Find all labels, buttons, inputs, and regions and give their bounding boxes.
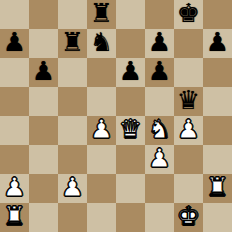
- piece-white-pawn[interactable]: ♟: [90, 116, 113, 144]
- square-a2[interactable]: ♟: [0, 174, 29, 203]
- square-f7[interactable]: ♟: [145, 29, 174, 58]
- square-g3[interactable]: [174, 145, 203, 174]
- square-f1[interactable]: [145, 203, 174, 232]
- piece-white-pawn[interactable]: ♟: [148, 145, 171, 173]
- square-c5[interactable]: [58, 87, 87, 116]
- square-e4[interactable]: ♛: [116, 116, 145, 145]
- square-g6[interactable]: [174, 58, 203, 87]
- square-c8[interactable]: [58, 0, 87, 29]
- square-h1[interactable]: [203, 203, 232, 232]
- square-e5[interactable]: [116, 87, 145, 116]
- square-b1[interactable]: [29, 203, 58, 232]
- piece-white-pawn[interactable]: ♟: [3, 174, 26, 202]
- square-e7[interactable]: [116, 29, 145, 58]
- square-c7[interactable]: ♜: [58, 29, 87, 58]
- piece-black-pawn[interactable]: ♟: [3, 29, 26, 57]
- piece-black-rook[interactable]: ♜: [61, 29, 84, 57]
- square-f3[interactable]: ♟: [145, 145, 174, 174]
- square-c3[interactable]: [58, 145, 87, 174]
- square-f4[interactable]: ♞: [145, 116, 174, 145]
- square-g1[interactable]: ♚: [174, 203, 203, 232]
- square-d7[interactable]: ♞: [87, 29, 116, 58]
- square-a5[interactable]: [0, 87, 29, 116]
- square-e6[interactable]: ♟: [116, 58, 145, 87]
- square-b3[interactable]: [29, 145, 58, 174]
- square-d5[interactable]: [87, 87, 116, 116]
- square-d3[interactable]: [87, 145, 116, 174]
- square-a1[interactable]: ♜: [0, 203, 29, 232]
- square-h2[interactable]: ♜: [203, 174, 232, 203]
- square-e3[interactable]: [116, 145, 145, 174]
- square-f2[interactable]: [145, 174, 174, 203]
- square-d8[interactable]: ♜: [87, 0, 116, 29]
- piece-black-queen[interactable]: ♛: [177, 87, 200, 115]
- square-f8[interactable]: [145, 0, 174, 29]
- square-g4[interactable]: ♟: [174, 116, 203, 145]
- piece-black-king[interactable]: ♚: [177, 0, 200, 28]
- piece-black-pawn[interactable]: ♟: [148, 58, 171, 86]
- square-d6[interactable]: [87, 58, 116, 87]
- square-b4[interactable]: [29, 116, 58, 145]
- square-f5[interactable]: [145, 87, 174, 116]
- square-a6[interactable]: [0, 58, 29, 87]
- square-a7[interactable]: ♟: [0, 29, 29, 58]
- square-g2[interactable]: [174, 174, 203, 203]
- square-b5[interactable]: [29, 87, 58, 116]
- square-f6[interactable]: ♟: [145, 58, 174, 87]
- chess-board: ♜♚♟♜♞♟♟♟♟♟♛♟♛♞♟♟♟♟♜♜♚: [0, 0, 232, 232]
- square-g7[interactable]: [174, 29, 203, 58]
- piece-black-knight[interactable]: ♞: [90, 29, 113, 57]
- square-h7[interactable]: ♟: [203, 29, 232, 58]
- square-a4[interactable]: [0, 116, 29, 145]
- square-g5[interactable]: ♛: [174, 87, 203, 116]
- square-h8[interactable]: [203, 0, 232, 29]
- square-g8[interactable]: ♚: [174, 0, 203, 29]
- piece-black-pawn[interactable]: ♟: [206, 29, 229, 57]
- square-c2[interactable]: ♟: [58, 174, 87, 203]
- square-e2[interactable]: [116, 174, 145, 203]
- square-c4[interactable]: [58, 116, 87, 145]
- piece-white-pawn[interactable]: ♟: [61, 174, 84, 202]
- piece-black-pawn[interactable]: ♟: [32, 58, 55, 86]
- square-h4[interactable]: [203, 116, 232, 145]
- piece-black-pawn[interactable]: ♟: [148, 29, 171, 57]
- piece-white-rook[interactable]: ♜: [206, 174, 229, 202]
- square-b7[interactable]: [29, 29, 58, 58]
- square-b2[interactable]: [29, 174, 58, 203]
- square-e1[interactable]: [116, 203, 145, 232]
- piece-white-rook[interactable]: ♜: [3, 203, 26, 231]
- square-b6[interactable]: ♟: [29, 58, 58, 87]
- square-d2[interactable]: [87, 174, 116, 203]
- square-c1[interactable]: [58, 203, 87, 232]
- piece-white-king[interactable]: ♚: [177, 203, 200, 231]
- square-h3[interactable]: [203, 145, 232, 174]
- square-a8[interactable]: [0, 0, 29, 29]
- square-h6[interactable]: [203, 58, 232, 87]
- square-b8[interactable]: [29, 0, 58, 29]
- piece-white-queen[interactable]: ♛: [119, 116, 142, 144]
- piece-black-pawn[interactable]: ♟: [119, 58, 142, 86]
- square-e8[interactable]: [116, 0, 145, 29]
- square-c6[interactable]: [58, 58, 87, 87]
- piece-white-knight[interactable]: ♞: [148, 116, 171, 144]
- piece-white-pawn[interactable]: ♟: [177, 116, 200, 144]
- piece-black-rook[interactable]: ♜: [90, 0, 113, 28]
- square-h5[interactable]: [203, 87, 232, 116]
- square-a3[interactable]: [0, 145, 29, 174]
- square-d4[interactable]: ♟: [87, 116, 116, 145]
- square-d1[interactable]: [87, 203, 116, 232]
